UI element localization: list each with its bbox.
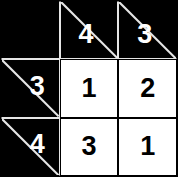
down-clue-number: 3 xyxy=(137,21,152,48)
clue-cell-r0c2-down-3: 3 xyxy=(118,1,177,59)
entry-cell-r1c2[interactable]: 2 xyxy=(118,59,177,117)
clue-cell-r1c0-across-3: 3 xyxy=(1,59,60,117)
across-clue-number: 3 xyxy=(30,73,45,100)
clue-cell-r2c0-across-4: 4 xyxy=(1,118,60,176)
down-clue-number: 4 xyxy=(78,21,93,48)
block-cell-r0c0 xyxy=(1,1,60,59)
kakuro-board: 4 3 3 1 2 4 3 1 xyxy=(0,0,178,177)
entry-cell-r2c2[interactable]: 1 xyxy=(118,118,177,176)
cell-value: 1 xyxy=(81,75,96,102)
cell-value: 1 xyxy=(140,133,155,160)
cell-value: 2 xyxy=(140,75,155,102)
entry-cell-r2c1[interactable]: 3 xyxy=(60,118,119,176)
entry-cell-r1c1[interactable]: 1 xyxy=(60,59,119,117)
cell-value: 3 xyxy=(81,133,96,160)
clue-cell-r0c1-down-4: 4 xyxy=(60,1,119,59)
across-clue-number: 4 xyxy=(30,131,45,158)
